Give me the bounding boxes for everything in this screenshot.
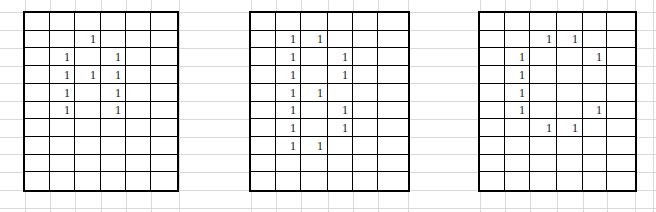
grid-cell[interactable] [50, 172, 75, 190]
grid-cell[interactable] [505, 119, 530, 137]
grid-cell[interactable] [126, 172, 151, 190]
grid-cell[interactable] [480, 137, 505, 155]
grid-cell[interactable] [50, 155, 75, 173]
grid-cell[interactable] [75, 48, 101, 66]
grid-cell[interactable]: 1 [505, 84, 530, 102]
grid-cell[interactable] [480, 102, 505, 120]
grid-cell[interactable] [301, 155, 328, 173]
grid-cell[interactable] [126, 13, 151, 31]
grid-cell[interactable] [251, 119, 276, 137]
grid-cell[interactable] [557, 13, 583, 31]
grid-cell[interactable] [353, 137, 378, 155]
grid-cell[interactable] [583, 137, 607, 155]
grid-cell[interactable] [126, 31, 151, 49]
grid-cell[interactable] [251, 155, 276, 173]
grid-cell[interactable] [328, 31, 353, 49]
grid-cell[interactable]: 1 [276, 66, 301, 84]
grid-cell[interactable] [328, 155, 353, 173]
grid-cell[interactable] [353, 102, 378, 120]
grid-cell[interactable]: 1 [505, 102, 530, 120]
grid-cell[interactable] [583, 13, 607, 31]
grid-cell[interactable] [530, 155, 557, 173]
grid-cell[interactable] [607, 102, 635, 120]
sheet-gridline-h [0, 208, 656, 209]
grid-cell[interactable]: 1 [75, 31, 101, 49]
grid-cell[interactable] [557, 48, 583, 66]
grid-cell[interactable] [328, 84, 353, 102]
grid-cell[interactable]: 1 [50, 66, 75, 84]
grid-cell[interactable] [607, 48, 635, 66]
matrix-grid-a: 1111111111 [23, 11, 179, 192]
grid-cell[interactable]: 1 [505, 66, 530, 84]
grid-cell[interactable] [126, 102, 151, 120]
grid-cell[interactable] [25, 172, 50, 190]
grid-cell[interactable] [301, 102, 328, 120]
grid-cell[interactable]: 1 [101, 102, 126, 120]
grid-cell[interactable] [151, 31, 177, 49]
grid-cell[interactable] [607, 13, 635, 31]
grid-cell[interactable] [378, 102, 408, 120]
grid-cell[interactable] [530, 84, 557, 102]
grid-cell[interactable]: 1 [328, 66, 353, 84]
grid-cell[interactable] [75, 102, 101, 120]
grid-cell[interactable]: 1 [101, 66, 126, 84]
grid-cell[interactable] [301, 66, 328, 84]
grid-cell[interactable] [75, 84, 101, 102]
grid-cell[interactable] [301, 119, 328, 137]
grid-cell[interactable] [378, 119, 408, 137]
grid-cell[interactable] [607, 172, 635, 190]
grid-cell[interactable] [505, 172, 530, 190]
grid-cell[interactable]: 1 [276, 119, 301, 137]
grid-cell[interactable] [530, 137, 557, 155]
grid-cell[interactable]: 1 [505, 48, 530, 66]
grid-cell[interactable] [50, 13, 75, 31]
grid-cell[interactable] [328, 137, 353, 155]
grid-cell[interactable] [251, 137, 276, 155]
grid-cell[interactable] [378, 155, 408, 173]
grid-cell[interactable] [505, 155, 530, 173]
grid-cell[interactable] [328, 13, 353, 31]
grid-cell[interactable]: 1 [301, 84, 328, 102]
grid-cell[interactable] [151, 13, 177, 31]
grid-cell[interactable] [480, 66, 505, 84]
grid-cell[interactable] [328, 172, 353, 190]
grid-cell[interactable] [101, 155, 126, 173]
grid-cell[interactable] [353, 155, 378, 173]
grid-cell[interactable]: 1 [101, 48, 126, 66]
grid-cell[interactable] [378, 66, 408, 84]
grid-cell[interactable] [378, 13, 408, 31]
grid-cell[interactable] [378, 31, 408, 49]
grid-cell[interactable] [557, 172, 583, 190]
grid-cell[interactable]: 1 [301, 31, 328, 49]
grid-cell[interactable] [25, 48, 50, 66]
grid-cell[interactable] [557, 102, 583, 120]
grid-cell[interactable]: 1 [583, 48, 607, 66]
grid-cell[interactable]: 1 [557, 119, 583, 137]
grid-cell[interactable] [480, 13, 505, 31]
grid-cell[interactable] [530, 48, 557, 66]
grid-cell[interactable] [378, 48, 408, 66]
grid-cell[interactable] [101, 137, 126, 155]
grid-cell[interactable] [101, 31, 126, 49]
grid-cell[interactable] [583, 155, 607, 173]
grid-cell[interactable] [530, 13, 557, 31]
grid-cell[interactable] [353, 172, 378, 190]
grid-cell[interactable] [583, 84, 607, 102]
grid-cell[interactable] [101, 119, 126, 137]
grid-cell[interactable]: 1 [276, 102, 301, 120]
grid-cell[interactable] [25, 13, 50, 31]
grid-cell[interactable]: 1 [50, 48, 75, 66]
grid-cell[interactable] [151, 172, 177, 190]
grid-cell[interactable] [607, 119, 635, 137]
grid-cell[interactable] [25, 155, 50, 173]
grid-cell[interactable] [126, 66, 151, 84]
grid-cell[interactable] [276, 155, 301, 173]
grid-cell[interactable] [480, 84, 505, 102]
grid-cell[interactable] [583, 31, 607, 49]
matrix-grid-b: 11111111111111 [249, 11, 410, 192]
grid-cell[interactable] [505, 137, 530, 155]
grid-cell[interactable] [50, 31, 75, 49]
grid-cell[interactable] [101, 13, 126, 31]
grid-cell[interactable] [126, 137, 151, 155]
grid-cell[interactable] [251, 102, 276, 120]
grid-cell[interactable] [557, 155, 583, 173]
sheet-gridline-v [179, 0, 180, 212]
grid-cell[interactable] [25, 84, 50, 102]
grid-cell[interactable]: 1 [50, 102, 75, 120]
grid-cell[interactable] [101, 172, 126, 190]
grid-cell[interactable] [126, 84, 151, 102]
grid-cell[interactable] [25, 102, 50, 120]
grid-cell[interactable] [301, 48, 328, 66]
grid-cell[interactable] [607, 66, 635, 84]
grid-cell[interactable]: 1 [276, 137, 301, 155]
grid-cell[interactable] [480, 172, 505, 190]
grid-cell[interactable]: 1 [328, 102, 353, 120]
grid-cell[interactable]: 1 [328, 48, 353, 66]
grid-cell[interactable] [480, 155, 505, 173]
grid-cell[interactable] [276, 172, 301, 190]
grid-cell[interactable] [378, 172, 408, 190]
grid-cell[interactable]: 1 [101, 84, 126, 102]
grid-cell[interactable] [480, 31, 505, 49]
grid-cell[interactable] [530, 172, 557, 190]
grid-cell[interactable] [557, 137, 583, 155]
grid-cell[interactable] [301, 13, 328, 31]
grid-cell[interactable] [251, 31, 276, 49]
grid-cell[interactable] [251, 172, 276, 190]
grid-cell[interactable] [251, 48, 276, 66]
grid-cell[interactable] [301, 172, 328, 190]
grid-cell[interactable]: 1 [50, 84, 75, 102]
grid-cell[interactable] [151, 102, 177, 120]
grid-cell[interactable] [480, 48, 505, 66]
grid-cell[interactable] [75, 137, 101, 155]
grid-cell[interactable]: 1 [276, 84, 301, 102]
grid-cell[interactable] [583, 119, 607, 137]
grid-cell[interactable]: 1 [276, 31, 301, 49]
sheet-gridline-v [653, 0, 654, 212]
matrix-grid-c: 1111111111 [478, 11, 637, 192]
grid-cell[interactable] [607, 155, 635, 173]
grid-cell[interactable] [607, 137, 635, 155]
grid-cell[interactable] [353, 13, 378, 31]
grid-cell[interactable] [151, 119, 177, 137]
grid-cell[interactable] [151, 155, 177, 173]
grid-cell[interactable] [505, 31, 530, 49]
grid-cell[interactable] [151, 137, 177, 155]
grid-cell[interactable] [353, 31, 378, 49]
grid-cell[interactable] [151, 48, 177, 66]
grid-cell[interactable] [557, 66, 583, 84]
grid-cell[interactable]: 1 [301, 137, 328, 155]
grid-cell[interactable]: 1 [276, 48, 301, 66]
grid-cell[interactable] [378, 137, 408, 155]
grid-cell[interactable] [251, 84, 276, 102]
grid-cell[interactable] [25, 66, 50, 84]
grid-cell[interactable] [126, 119, 151, 137]
grid-cell[interactable] [353, 66, 378, 84]
grid-cell[interactable] [583, 172, 607, 190]
grid-cell[interactable] [251, 66, 276, 84]
grid-cell[interactable] [353, 119, 378, 137]
grid-cell[interactable] [557, 84, 583, 102]
grid-cell[interactable]: 1 [75, 66, 101, 84]
grid-cell[interactable] [353, 84, 378, 102]
grid-cell[interactable] [25, 119, 50, 137]
grid-cell[interactable] [607, 31, 635, 49]
grid-cell[interactable] [530, 66, 557, 84]
grid-cell[interactable] [151, 84, 177, 102]
grid-cell[interactable] [583, 66, 607, 84]
grid-cell[interactable] [607, 84, 635, 102]
grid-cell[interactable] [25, 31, 50, 49]
grid-cell[interactable] [75, 13, 101, 31]
grid-cell[interactable] [378, 84, 408, 102]
grid-cell[interactable] [480, 119, 505, 137]
grid-cell[interactable] [126, 48, 151, 66]
grid-cell[interactable] [276, 13, 301, 31]
grid-cell[interactable] [505, 13, 530, 31]
spreadsheet-canvas: 1111111111 11111111111111 1111111111 [0, 0, 656, 212]
grid-cell[interactable]: 1 [530, 119, 557, 137]
grid-cell[interactable] [251, 13, 276, 31]
grid-cell[interactable] [353, 48, 378, 66]
grid-cell[interactable] [151, 66, 177, 84]
grid-cell[interactable]: 1 [328, 119, 353, 137]
grid-cell[interactable] [50, 119, 75, 137]
grid-cell[interactable] [530, 102, 557, 120]
grid-cell[interactable]: 1 [557, 31, 583, 49]
grid-cell[interactable] [75, 119, 101, 137]
grid-cell[interactable]: 1 [583, 102, 607, 120]
grid-cell[interactable] [75, 172, 101, 190]
grid-cell[interactable] [75, 155, 101, 173]
grid-cell[interactable]: 1 [530, 31, 557, 49]
grid-cell[interactable] [25, 137, 50, 155]
grid-cell[interactable] [50, 137, 75, 155]
grid-cell[interactable] [126, 155, 151, 173]
